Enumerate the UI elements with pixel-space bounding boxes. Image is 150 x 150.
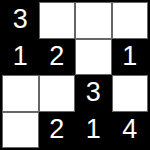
empty-cell-r3c0[interactable] (2, 112, 39, 149)
empty-cell-r0c3[interactable] (112, 2, 149, 39)
clue-number: 3 (13, 6, 28, 34)
clue-number: 1 (122, 43, 137, 71)
clue-cell-r1c3: 1 (112, 39, 149, 76)
clue-cell-r1c0: 1 (2, 39, 39, 76)
clue-cell-r1c1: 2 (39, 39, 76, 76)
empty-cell-r2c0[interactable] (2, 75, 39, 112)
clue-cell-r3c3: 4 (112, 112, 149, 149)
clue-number: 1 (86, 116, 101, 144)
clue-number: 3 (86, 79, 101, 107)
empty-cell-r1c2[interactable] (75, 39, 112, 76)
clue-cell-r3c2: 1 (75, 112, 112, 149)
clue-number: 2 (49, 43, 64, 71)
empty-cell-r2c3[interactable] (112, 75, 149, 112)
clue-number: 4 (122, 116, 137, 144)
clue-cell-r3c1: 2 (39, 112, 76, 149)
clue-cell-r0c0: 3 (2, 2, 39, 39)
empty-cell-r0c1[interactable] (39, 2, 76, 39)
clue-number: 2 (49, 116, 64, 144)
clue-number: 1 (13, 43, 28, 71)
empty-cell-r2c1[interactable] (39, 75, 76, 112)
empty-cell-r0c2[interactable] (75, 2, 112, 39)
clue-cell-r2c2: 3 (75, 75, 112, 112)
puzzle-board: 31213214 (0, 0, 150, 150)
